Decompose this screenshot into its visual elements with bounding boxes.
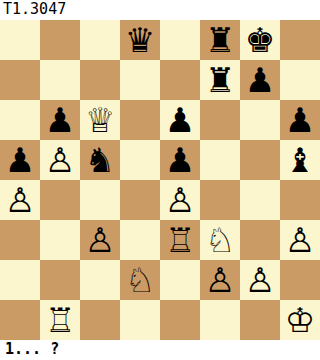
piece-black-bishop: ♝: [285, 140, 315, 180]
piece-white-pawn: ♙: [205, 260, 235, 300]
piece-black-knight: ♞: [85, 140, 115, 180]
square-h4[interactable]: [280, 180, 320, 220]
square-c5[interactable]: ♞: [80, 140, 120, 180]
square-d7[interactable]: [120, 60, 160, 100]
square-h7[interactable]: [280, 60, 320, 100]
square-b5[interactable]: ♙: [40, 140, 80, 180]
square-c7[interactable]: [80, 60, 120, 100]
piece-white-pawn: ♙: [85, 220, 115, 260]
square-h1[interactable]: ♔: [280, 300, 320, 340]
square-h8[interactable]: [280, 20, 320, 60]
square-h5[interactable]: ♝: [280, 140, 320, 180]
square-b3[interactable]: [40, 220, 80, 260]
square-g7[interactable]: ♟: [240, 60, 280, 100]
square-b8[interactable]: [40, 20, 80, 60]
piece-white-pawn: ♙: [45, 140, 75, 180]
piece-black-pawn: ♟: [165, 100, 195, 140]
square-g4[interactable]: [240, 180, 280, 220]
piece-black-rook: ♜: [205, 20, 235, 60]
square-a3[interactable]: [0, 220, 40, 260]
square-h3[interactable]: ♙: [280, 220, 320, 260]
square-f4[interactable]: [200, 180, 240, 220]
square-d2[interactable]: ♘: [120, 260, 160, 300]
chess-board: ♛♜♚♜♟♟♕♟♟♟♙♞♟♝♙♙♙♖♘♙♘♙♙♖♔: [0, 20, 320, 340]
square-g5[interactable]: [240, 140, 280, 180]
square-a4[interactable]: ♙: [0, 180, 40, 220]
square-a5[interactable]: ♟: [0, 140, 40, 180]
square-b1[interactable]: ♖: [40, 300, 80, 340]
piece-black-queen: ♛: [125, 20, 155, 60]
piece-black-king: ♚: [245, 20, 275, 60]
square-f7[interactable]: ♜: [200, 60, 240, 100]
square-e2[interactable]: [160, 260, 200, 300]
square-g1[interactable]: [240, 300, 280, 340]
square-f8[interactable]: ♜: [200, 20, 240, 60]
piece-white-knight: ♘: [205, 220, 235, 260]
piece-black-pawn: ♟: [5, 140, 35, 180]
piece-black-pawn: ♟: [45, 100, 75, 140]
square-e7[interactable]: [160, 60, 200, 100]
square-f5[interactable]: [200, 140, 240, 180]
square-e8[interactable]: [160, 20, 200, 60]
square-g8[interactable]: ♚: [240, 20, 280, 60]
piece-white-rook: ♖: [45, 300, 75, 340]
square-e5[interactable]: ♟: [160, 140, 200, 180]
square-f2[interactable]: ♙: [200, 260, 240, 300]
square-c8[interactable]: [80, 20, 120, 60]
piece-black-rook: ♜: [205, 60, 235, 100]
square-a7[interactable]: [0, 60, 40, 100]
square-d5[interactable]: [120, 140, 160, 180]
square-a6[interactable]: [0, 100, 40, 140]
square-b2[interactable]: [40, 260, 80, 300]
move-prompt: 1... ?: [0, 340, 320, 360]
square-h2[interactable]: [280, 260, 320, 300]
square-c4[interactable]: [80, 180, 120, 220]
square-d6[interactable]: [120, 100, 160, 140]
square-f3[interactable]: ♘: [200, 220, 240, 260]
piece-black-pawn: ♟: [165, 140, 195, 180]
square-c3[interactable]: ♙: [80, 220, 120, 260]
square-c1[interactable]: [80, 300, 120, 340]
square-a2[interactable]: [0, 260, 40, 300]
piece-white-queen: ♕: [85, 100, 115, 140]
piece-white-pawn: ♙: [245, 260, 275, 300]
square-e4[interactable]: ♙: [160, 180, 200, 220]
square-b6[interactable]: ♟: [40, 100, 80, 140]
square-a1[interactable]: [0, 300, 40, 340]
square-e6[interactable]: ♟: [160, 100, 200, 140]
puzzle-title: T1.3047: [0, 0, 320, 20]
square-d3[interactable]: [120, 220, 160, 260]
square-a8[interactable]: [0, 20, 40, 60]
piece-white-king: ♔: [285, 300, 315, 340]
square-c2[interactable]: [80, 260, 120, 300]
piece-white-rook: ♖: [165, 220, 195, 260]
piece-black-pawn: ♟: [285, 100, 315, 140]
square-b7[interactable]: [40, 60, 80, 100]
square-f6[interactable]: [200, 100, 240, 140]
square-g2[interactable]: ♙: [240, 260, 280, 300]
square-d4[interactable]: [120, 180, 160, 220]
piece-white-pawn: ♙: [165, 180, 195, 220]
piece-black-pawn: ♟: [245, 60, 275, 100]
square-h6[interactable]: ♟: [280, 100, 320, 140]
square-e1[interactable]: [160, 300, 200, 340]
square-g6[interactable]: [240, 100, 280, 140]
piece-white-pawn: ♙: [285, 220, 315, 260]
square-e3[interactable]: ♖: [160, 220, 200, 260]
square-b4[interactable]: [40, 180, 80, 220]
square-f1[interactable]: [200, 300, 240, 340]
square-d1[interactable]: [120, 300, 160, 340]
square-d8[interactable]: ♛: [120, 20, 160, 60]
square-g3[interactable]: [240, 220, 280, 260]
piece-white-knight: ♘: [125, 260, 155, 300]
piece-white-pawn: ♙: [5, 180, 35, 220]
square-c6[interactable]: ♕: [80, 100, 120, 140]
